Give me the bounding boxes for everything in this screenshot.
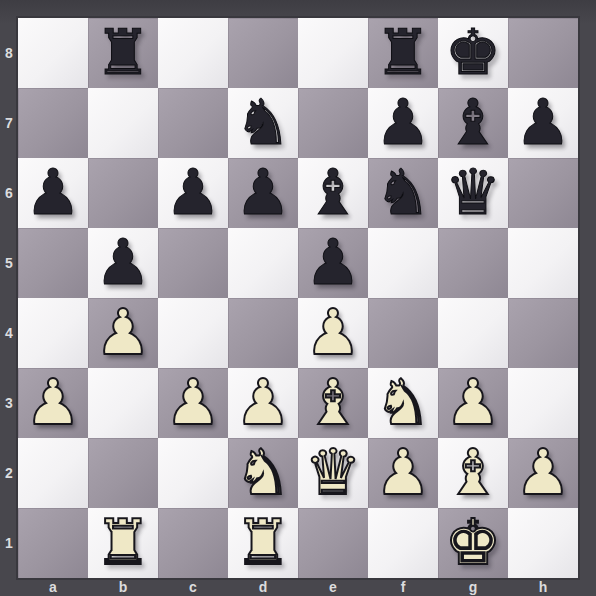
white-rook-icon[interactable]: ♜	[95, 508, 151, 578]
square-b7[interactable]	[88, 88, 158, 158]
black-knight-icon[interactable]: ♞	[375, 158, 431, 228]
square-a6[interactable]: ♟	[18, 158, 88, 228]
square-c4[interactable]	[158, 298, 228, 368]
square-f7[interactable]: ♟	[368, 88, 438, 158]
square-e6[interactable]: ♝	[298, 158, 368, 228]
white-bishop-icon[interactable]: ♝	[445, 438, 501, 508]
square-c1[interactable]	[158, 508, 228, 578]
square-c3[interactable]: ♟	[158, 368, 228, 438]
square-b6[interactable]	[88, 158, 158, 228]
file-label-g: g	[438, 578, 508, 596]
square-b2[interactable]	[88, 438, 158, 508]
black-pawn-icon[interactable]: ♟	[305, 228, 361, 298]
file-label-h: h	[508, 578, 578, 596]
square-d2[interactable]: ♞	[228, 438, 298, 508]
square-e4[interactable]: ♟	[298, 298, 368, 368]
square-c7[interactable]	[158, 88, 228, 158]
white-rook-icon[interactable]: ♜	[235, 508, 291, 578]
rank-label-1: 1	[0, 508, 18, 578]
black-pawn-icon[interactable]: ♟	[375, 88, 431, 158]
square-c8[interactable]	[158, 18, 228, 88]
white-pawn-icon[interactable]: ♟	[445, 368, 501, 438]
square-f5[interactable]	[368, 228, 438, 298]
white-pawn-icon[interactable]: ♟	[235, 368, 291, 438]
square-h2[interactable]: ♟	[508, 438, 578, 508]
square-g6[interactable]: ♛	[438, 158, 508, 228]
white-knight-icon[interactable]: ♞	[375, 368, 431, 438]
white-pawn-icon[interactable]: ♟	[95, 298, 151, 368]
black-rook-icon[interactable]: ♜	[95, 18, 151, 88]
square-a5[interactable]	[18, 228, 88, 298]
file-label-b: b	[88, 578, 158, 596]
square-e7[interactable]	[298, 88, 368, 158]
square-c6[interactable]: ♟	[158, 158, 228, 228]
square-b1[interactable]: ♜	[88, 508, 158, 578]
square-f4[interactable]	[368, 298, 438, 368]
white-pawn-icon[interactable]: ♟	[165, 368, 221, 438]
file-label-c: c	[158, 578, 228, 596]
square-h7[interactable]: ♟	[508, 88, 578, 158]
square-h3[interactable]	[508, 368, 578, 438]
chess-board-frame: ♜♜♚♞♟♝♟♟♟♟♝♞♛♟♟♟♟♟♟♟♝♞♟♞♛♟♝♟♜♜♚ 87654321…	[0, 0, 596, 596]
square-h4[interactable]	[508, 298, 578, 368]
square-e2[interactable]: ♛	[298, 438, 368, 508]
black-pawn-icon[interactable]: ♟	[25, 158, 81, 228]
file-label-d: d	[228, 578, 298, 596]
square-b4[interactable]: ♟	[88, 298, 158, 368]
square-g4[interactable]	[438, 298, 508, 368]
rank-label-7: 7	[0, 88, 18, 158]
rank-label-8: 8	[0, 18, 18, 88]
black-rook-icon[interactable]: ♜	[375, 18, 431, 88]
file-label-f: f	[368, 578, 438, 596]
square-a4[interactable]	[18, 298, 88, 368]
black-king-icon[interactable]: ♚	[445, 18, 501, 88]
square-a7[interactable]	[18, 88, 88, 158]
square-g1[interactable]: ♚	[438, 508, 508, 578]
white-queen-icon[interactable]: ♛	[305, 438, 361, 508]
square-f1[interactable]	[368, 508, 438, 578]
rank-label-6: 6	[0, 158, 18, 228]
square-a8[interactable]	[18, 18, 88, 88]
square-g8[interactable]: ♚	[438, 18, 508, 88]
square-b3[interactable]	[88, 368, 158, 438]
black-queen-icon[interactable]: ♛	[445, 158, 501, 228]
square-a1[interactable]	[18, 508, 88, 578]
square-h8[interactable]	[508, 18, 578, 88]
rank-label-5: 5	[0, 228, 18, 298]
square-g5[interactable]	[438, 228, 508, 298]
square-c2[interactable]	[158, 438, 228, 508]
square-a2[interactable]	[18, 438, 88, 508]
square-f2[interactable]: ♟	[368, 438, 438, 508]
rank-label-4: 4	[0, 298, 18, 368]
white-king-icon[interactable]: ♚	[445, 508, 501, 578]
rank-label-2: 2	[0, 438, 18, 508]
white-bishop-icon[interactable]: ♝	[305, 368, 361, 438]
file-label-a: a	[18, 578, 88, 596]
square-e1[interactable]	[298, 508, 368, 578]
square-d8[interactable]	[228, 18, 298, 88]
square-g3[interactable]: ♟	[438, 368, 508, 438]
square-f3[interactable]: ♞	[368, 368, 438, 438]
black-pawn-icon[interactable]: ♟	[515, 88, 571, 158]
square-g7[interactable]: ♝	[438, 88, 508, 158]
square-d4[interactable]	[228, 298, 298, 368]
white-pawn-icon[interactable]: ♟	[375, 438, 431, 508]
square-e8[interactable]	[298, 18, 368, 88]
square-f8[interactable]: ♜	[368, 18, 438, 88]
square-d6[interactable]: ♟	[228, 158, 298, 228]
square-h6[interactable]	[508, 158, 578, 228]
black-pawn-icon[interactable]: ♟	[165, 158, 221, 228]
black-bishop-icon[interactable]: ♝	[445, 88, 501, 158]
square-b5[interactable]: ♟	[88, 228, 158, 298]
square-f6[interactable]: ♞	[368, 158, 438, 228]
square-e3[interactable]: ♝	[298, 368, 368, 438]
square-c5[interactable]	[158, 228, 228, 298]
black-bishop-icon[interactable]: ♝	[305, 158, 361, 228]
square-d3[interactable]: ♟	[228, 368, 298, 438]
black-pawn-icon[interactable]: ♟	[95, 228, 151, 298]
square-g2[interactable]: ♝	[438, 438, 508, 508]
chess-board: ♜♜♚♞♟♝♟♟♟♟♝♞♛♟♟♟♟♟♟♟♝♞♟♞♛♟♝♟♜♜♚	[18, 18, 578, 578]
black-pawn-icon[interactable]: ♟	[235, 158, 291, 228]
square-b8[interactable]: ♜	[88, 18, 158, 88]
white-knight-icon[interactable]: ♞	[235, 438, 291, 508]
square-h1[interactable]	[508, 508, 578, 578]
square-d1[interactable]: ♜	[228, 508, 298, 578]
white-pawn-icon[interactable]: ♟	[515, 438, 571, 508]
square-d7[interactable]: ♞	[228, 88, 298, 158]
black-knight-icon[interactable]: ♞	[235, 88, 291, 158]
rank-label-3: 3	[0, 368, 18, 438]
square-a3[interactable]: ♟	[18, 368, 88, 438]
square-h5[interactable]	[508, 228, 578, 298]
square-e5[interactable]: ♟	[298, 228, 368, 298]
white-pawn-icon[interactable]: ♟	[305, 298, 361, 368]
white-pawn-icon[interactable]: ♟	[25, 368, 81, 438]
file-label-e: e	[298, 578, 368, 596]
square-d5[interactable]	[228, 228, 298, 298]
